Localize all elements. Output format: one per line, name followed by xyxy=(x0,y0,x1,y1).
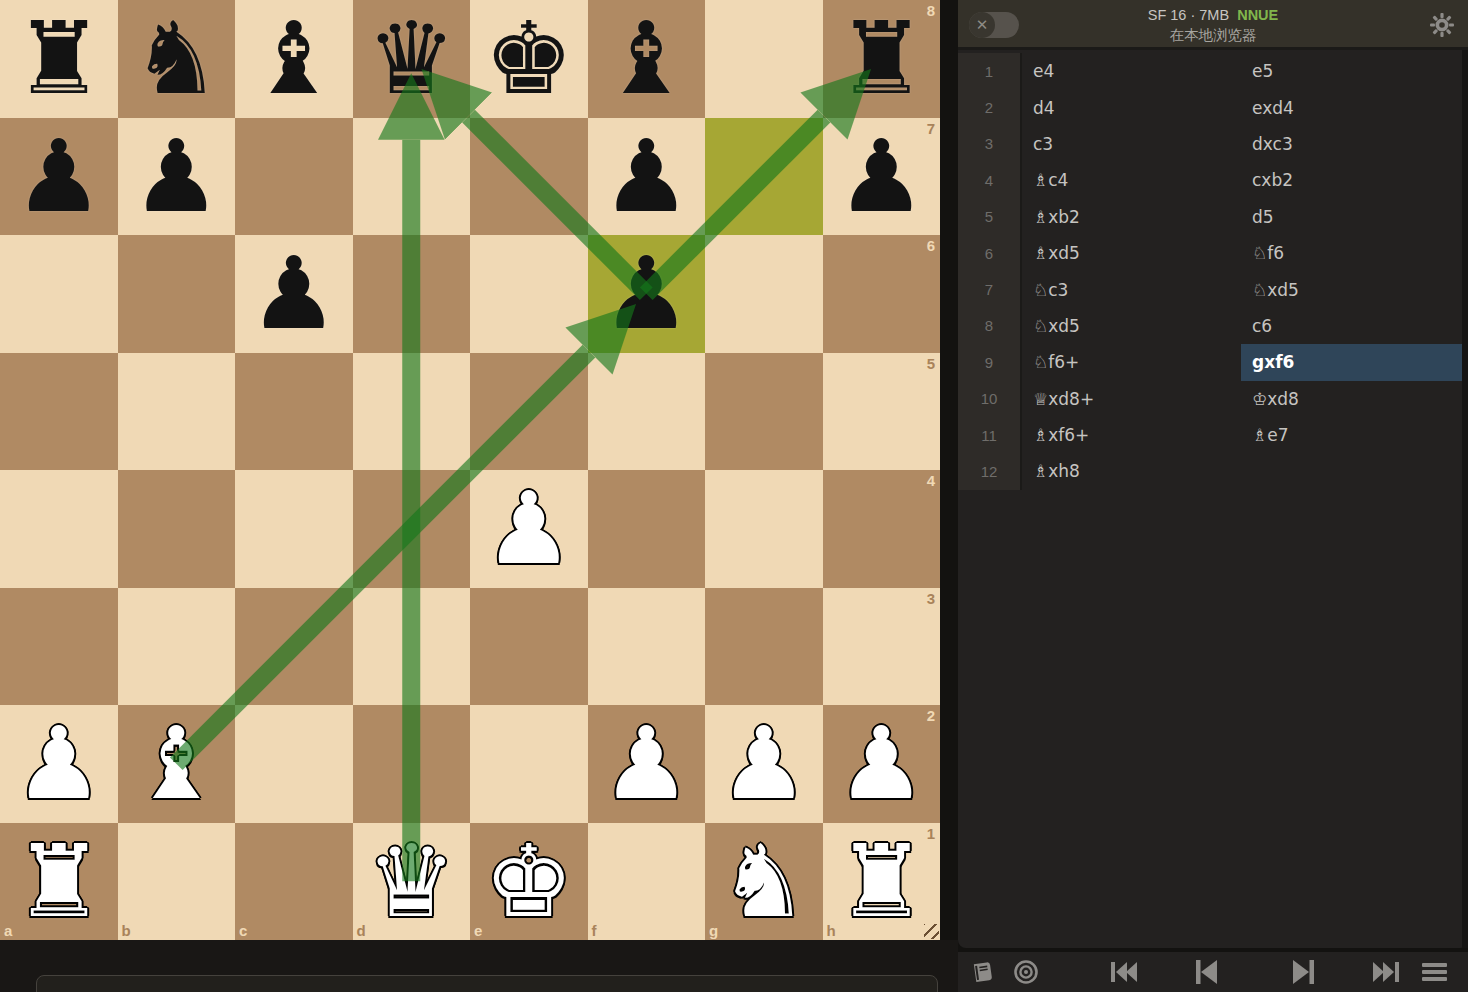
square-b6[interactable] xyxy=(118,235,236,353)
move-number: 7 xyxy=(958,271,1022,307)
white-pawn-piece[interactable]: ♟ xyxy=(705,705,823,823)
square-e6[interactable] xyxy=(470,235,588,353)
square-d3[interactable] xyxy=(353,588,471,706)
black-knight-piece[interactable]: ♞ xyxy=(118,0,236,118)
square-g6[interactable] xyxy=(705,235,823,353)
square-f7[interactable]: ♟ xyxy=(588,118,706,236)
white-bishop-piece[interactable]: ♝ xyxy=(118,705,236,823)
square-b1[interactable]: b xyxy=(118,823,236,941)
rank-label-1: 1 xyxy=(927,825,935,842)
square-d8[interactable]: ♛ xyxy=(353,0,471,118)
nnue-badge: NNUE xyxy=(1237,7,1278,23)
move-8-black[interactable]: c6 xyxy=(1241,308,1468,344)
move-10-black[interactable]: ♔xd8 xyxy=(1241,381,1468,417)
square-h1[interactable]: ♜h1 xyxy=(823,823,941,941)
black-pawn-piece[interactable]: ♟ xyxy=(588,118,706,236)
rank-label-3: 3 xyxy=(927,590,935,607)
square-g5[interactable] xyxy=(705,353,823,471)
square-a7[interactable]: ♟ xyxy=(0,118,118,236)
black-bishop-piece[interactable]: ♝ xyxy=(588,0,706,118)
engine-header: ✕ SF 16 · 7MB NNUE 在本地浏览器 xyxy=(958,0,1468,50)
square-h6[interactable]: 6 xyxy=(823,235,941,353)
black-king-piece[interactable]: ♚ xyxy=(470,0,588,118)
square-g1[interactable]: ♞g xyxy=(705,823,823,941)
square-d5[interactable] xyxy=(353,353,471,471)
square-d6[interactable] xyxy=(353,235,471,353)
move-10-white[interactable]: ♕xd8+ xyxy=(1022,381,1241,417)
square-a2[interactable]: ♟ xyxy=(0,705,118,823)
white-queen-piece[interactable]: ♛ xyxy=(353,823,471,941)
square-g8[interactable] xyxy=(705,0,823,118)
move-12-black[interactable] xyxy=(1241,453,1468,489)
opening-book-icon[interactable] xyxy=(970,952,996,992)
square-e3[interactable] xyxy=(470,588,588,706)
move-number: 5 xyxy=(958,199,1022,235)
practice-target-icon[interactable] xyxy=(1012,952,1040,992)
square-e5[interactable] xyxy=(470,353,588,471)
step-back-button[interactable] xyxy=(1195,952,1217,992)
square-d2[interactable] xyxy=(353,705,471,823)
under-board-area xyxy=(0,940,958,992)
square-g2[interactable]: ♟ xyxy=(705,705,823,823)
board-resize-handle[interactable] xyxy=(924,924,939,939)
skip-to-start-button[interactable] xyxy=(1110,952,1137,992)
move-number: 1 xyxy=(958,53,1022,89)
file-label-a: a xyxy=(4,922,12,939)
square-a6[interactable] xyxy=(0,235,118,353)
white-rook-piece[interactable]: ♜ xyxy=(0,823,118,941)
black-queen-piece[interactable]: ♛ xyxy=(353,0,471,118)
file-label-g: g xyxy=(709,922,718,939)
move-list-scrollbar[interactable] xyxy=(1462,50,1468,948)
white-pawn-piece[interactable]: ♟ xyxy=(0,705,118,823)
square-h8[interactable]: ♜8 xyxy=(823,0,941,118)
black-pawn-piece[interactable]: ♟ xyxy=(823,118,941,236)
move-9-black-current[interactable]: gxf6 xyxy=(1241,344,1468,380)
black-bishop-piece[interactable]: ♝ xyxy=(235,0,353,118)
square-d4[interactable] xyxy=(353,470,471,588)
move-11-black[interactable]: ♗e7 xyxy=(1241,417,1468,453)
square-c4[interactable] xyxy=(235,470,353,588)
square-f8[interactable]: ♝ xyxy=(588,0,706,118)
file-label-f: f xyxy=(592,922,597,939)
square-e1[interactable]: ♚e xyxy=(470,823,588,941)
move-11-white[interactable]: ♗xf6+ xyxy=(1022,417,1241,453)
square-f4[interactable] xyxy=(588,470,706,588)
square-c3[interactable] xyxy=(235,588,353,706)
white-pawn-piece[interactable]: ♟ xyxy=(588,705,706,823)
square-c1[interactable]: c xyxy=(235,823,353,941)
square-c5[interactable] xyxy=(235,353,353,471)
rank-label-4: 4 xyxy=(927,472,935,489)
square-e8[interactable]: ♚ xyxy=(470,0,588,118)
square-c8[interactable]: ♝ xyxy=(235,0,353,118)
move-7-white[interactable]: ♘c3 xyxy=(1022,271,1241,307)
square-d7[interactable] xyxy=(353,118,471,236)
move-number: 9 xyxy=(958,344,1022,380)
square-f2[interactable]: ♟ xyxy=(588,705,706,823)
file-label-c: c xyxy=(239,922,247,939)
engine-location: 在本地浏览器 xyxy=(958,25,1468,45)
square-c7[interactable] xyxy=(235,118,353,236)
rank-label-8: 8 xyxy=(927,2,935,19)
square-h5[interactable]: 5 xyxy=(823,353,941,471)
square-b8[interactable]: ♞ xyxy=(118,0,236,118)
move-5-black[interactable]: d5 xyxy=(1241,199,1468,235)
last-move-highlight xyxy=(705,118,823,236)
square-h3[interactable]: 3 xyxy=(823,588,941,706)
move-3-white[interactable]: c3 xyxy=(1022,126,1241,162)
square-b4[interactable] xyxy=(118,470,236,588)
square-e2[interactable] xyxy=(470,705,588,823)
file-label-b: b xyxy=(122,922,131,939)
black-pawn-piece[interactable]: ♟ xyxy=(235,235,353,353)
square-a3[interactable] xyxy=(0,588,118,706)
rank-label-6: 6 xyxy=(927,237,935,254)
menu-hamburger-icon[interactable] xyxy=(1422,952,1447,992)
move-5-white[interactable]: ♗xb2 xyxy=(1022,199,1241,235)
move-12-white[interactable]: ♗xh8 xyxy=(1022,453,1241,489)
move-number: 11 xyxy=(958,417,1022,453)
square-h2[interactable]: ♟2 xyxy=(823,705,941,823)
move-2-black[interactable]: exd4 xyxy=(1241,89,1468,125)
white-pawn-piece[interactable]: ♟ xyxy=(470,470,588,588)
move-number: 6 xyxy=(958,235,1022,271)
move-3-black[interactable]: dxc3 xyxy=(1241,126,1468,162)
file-label-e: e xyxy=(474,922,482,939)
square-g7[interactable] xyxy=(705,118,823,236)
move-number: 10 xyxy=(958,381,1022,417)
file-label-d: d xyxy=(357,922,366,939)
file-label-h: h xyxy=(827,922,836,939)
square-e7[interactable] xyxy=(470,118,588,236)
move-1-black[interactable]: e5 xyxy=(1241,53,1468,89)
analysis-panel: ✕ SF 16 · 7MB NNUE 在本地浏览器 1e4e52d4exd43c… xyxy=(958,0,1468,948)
engine-name: SF 16 · 7MB xyxy=(1148,7,1229,23)
settings-gear-icon[interactable] xyxy=(1430,13,1454,37)
move-6-black[interactable]: ♘f6 xyxy=(1241,235,1468,271)
square-f6[interactable]: ♟ xyxy=(588,235,706,353)
rank-label-2: 2 xyxy=(927,707,935,724)
square-b3[interactable] xyxy=(118,588,236,706)
black-rook-piece[interactable]: ♜ xyxy=(0,0,118,118)
square-h7[interactable]: ♟7 xyxy=(823,118,941,236)
rank-label-5: 5 xyxy=(927,355,935,372)
skip-to-end-button[interactable] xyxy=(1373,952,1400,992)
move-number: 3 xyxy=(958,126,1022,162)
move-6-white[interactable]: ♗xd5 xyxy=(1022,235,1241,271)
move-list: 1e4e52d4exd43c3dxc34♗c4cxb25♗xb2d56♗xd5♘… xyxy=(958,53,1468,490)
move-4-white[interactable]: ♗c4 xyxy=(1022,162,1241,198)
move-7-black[interactable]: ♘xd5 xyxy=(1241,271,1468,307)
square-c2[interactable] xyxy=(235,705,353,823)
chess-board[interactable]: ♜♞♝♛♚♝♜8♟♟♟♟7♟♟65♟43♟♝♟♟♟2♜abc♛d♚ef♞g♜h1 xyxy=(0,0,940,940)
move-2-white[interactable]: d4 xyxy=(1022,89,1241,125)
square-g4[interactable] xyxy=(705,470,823,588)
square-g3[interactable] xyxy=(705,588,823,706)
square-a5[interactable] xyxy=(0,353,118,471)
move-number: 2 xyxy=(958,89,1022,125)
square-f1[interactable]: f xyxy=(588,823,706,941)
square-d1[interactable]: ♛d xyxy=(353,823,471,941)
square-f5[interactable] xyxy=(588,353,706,471)
move-number: 8 xyxy=(958,308,1022,344)
move-9-white[interactable]: ♘f6+ xyxy=(1022,344,1241,380)
move-1-white[interactable]: e4 xyxy=(1022,53,1241,89)
move-number: 12 xyxy=(958,453,1022,489)
move-8-white[interactable]: ♘xd5 xyxy=(1022,308,1241,344)
square-b5[interactable] xyxy=(118,353,236,471)
white-pawn-piece[interactable]: ♟ xyxy=(823,705,941,823)
black-pawn-piece[interactable]: ♟ xyxy=(118,118,236,236)
square-c6[interactable]: ♟ xyxy=(235,235,353,353)
white-rook-piece[interactable]: ♜ xyxy=(823,823,941,941)
square-a1[interactable]: ♜a xyxy=(0,823,118,941)
step-forward-button[interactable] xyxy=(1293,952,1315,992)
engine-info: SF 16 · 7MB NNUE 在本地浏览器 xyxy=(958,5,1468,45)
square-f3[interactable] xyxy=(588,588,706,706)
square-a8[interactable]: ♜ xyxy=(0,0,118,118)
square-h4[interactable]: 4 xyxy=(823,470,941,588)
black-pawn-piece[interactable]: ♟ xyxy=(0,118,118,236)
move-4-black[interactable]: cxb2 xyxy=(1241,162,1468,198)
square-a4[interactable] xyxy=(0,470,118,588)
black-pawn-piece[interactable]: ♟ xyxy=(588,235,706,353)
square-e4[interactable]: ♟ xyxy=(470,470,588,588)
move-number: 4 xyxy=(958,162,1022,198)
square-b2[interactable]: ♝ xyxy=(118,705,236,823)
white-knight-piece[interactable]: ♞ xyxy=(705,823,823,941)
rank-label-7: 7 xyxy=(927,120,935,137)
black-rook-piece[interactable]: ♜ xyxy=(823,0,941,118)
white-king-piece[interactable]: ♚ xyxy=(470,823,588,941)
analysis-toolbar xyxy=(958,952,1468,992)
square-b7[interactable]: ♟ xyxy=(118,118,236,236)
pgn-input[interactable] xyxy=(36,975,938,992)
